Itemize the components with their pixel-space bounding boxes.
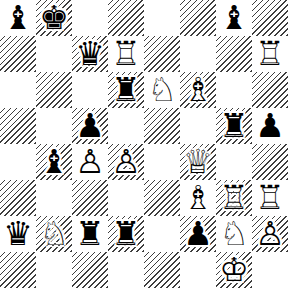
piece-white-king: ♔ [219,252,249,288]
piece-black-queen: ♛ [75,36,105,72]
piece-white-pawn: ♙ [111,144,141,180]
square-f8[interactable] [180,0,216,36]
square-e4[interactable] [144,144,180,180]
square-b4[interactable]: ♝ [36,144,72,180]
square-f2[interactable]: ♟ [180,216,216,252]
piece-black-rook: ♜ [111,216,141,252]
square-d2[interactable]: ♜ [108,216,144,252]
square-f3[interactable]: ♗ [180,180,216,216]
square-h1[interactable] [252,252,288,288]
square-e3[interactable] [144,180,180,216]
square-a7[interactable] [0,36,36,72]
piece-white-queen: ♕ [183,144,213,180]
square-b5[interactable] [36,108,72,144]
square-b8[interactable]: ♚ [36,0,72,36]
square-e5[interactable] [144,108,180,144]
piece-black-king: ♚ [39,0,69,36]
piece-white-rook: ♖ [255,36,285,72]
square-e2[interactable] [144,216,180,252]
piece-black-bishop: ♝ [3,0,33,36]
piece-white-bishop: ♗ [183,72,213,108]
square-d5[interactable] [108,108,144,144]
square-c1[interactable] [72,252,108,288]
piece-white-knight: ♘ [219,216,249,252]
piece-black-pawn: ♟ [255,108,285,144]
square-c2[interactable]: ♜ [72,216,108,252]
square-e6[interactable]: ♘ [144,72,180,108]
piece-black-rook: ♜ [111,72,141,108]
square-c6[interactable] [72,72,108,108]
square-g5[interactable]: ♜ [216,108,252,144]
piece-black-bishop: ♝ [39,144,69,180]
piece-white-pawn: ♙ [255,216,285,252]
square-b6[interactable] [36,72,72,108]
square-g7[interactable] [216,36,252,72]
piece-white-rook: ♖ [219,180,249,216]
square-h8[interactable] [252,0,288,36]
square-g6[interactable] [216,72,252,108]
piece-white-pawn: ♙ [75,144,105,180]
square-e7[interactable] [144,36,180,72]
square-f7[interactable] [180,36,216,72]
chess-board: ♝♚♝♛♖♖♜♘♗♟♜♟♝♙♙♕♗♖♖♛♘♜♜♟♘♙♔ [0,0,288,288]
square-g1[interactable]: ♔ [216,252,252,288]
square-a5[interactable] [0,108,36,144]
square-f5[interactable] [180,108,216,144]
square-f1[interactable] [180,252,216,288]
square-h6[interactable] [252,72,288,108]
square-e1[interactable] [144,252,180,288]
square-a2[interactable]: ♛ [0,216,36,252]
square-d3[interactable] [108,180,144,216]
piece-white-rook: ♖ [111,36,141,72]
square-h7[interactable]: ♖ [252,36,288,72]
square-a6[interactable] [0,72,36,108]
square-d7[interactable]: ♖ [108,36,144,72]
square-a8[interactable]: ♝ [0,0,36,36]
square-a1[interactable] [0,252,36,288]
square-g2[interactable]: ♘ [216,216,252,252]
piece-black-pawn: ♟ [75,108,105,144]
piece-white-rook: ♖ [255,180,285,216]
piece-black-queen: ♛ [3,216,33,252]
piece-black-rook: ♜ [219,108,249,144]
square-b3[interactable] [36,180,72,216]
piece-black-bishop: ♝ [219,0,249,36]
square-f6[interactable]: ♗ [180,72,216,108]
square-h5[interactable]: ♟ [252,108,288,144]
piece-white-bishop: ♗ [183,180,213,216]
square-c3[interactable] [72,180,108,216]
square-b1[interactable] [36,252,72,288]
piece-black-rook: ♜ [75,216,105,252]
square-f4[interactable]: ♕ [180,144,216,180]
piece-white-knight: ♘ [147,72,177,108]
square-c8[interactable] [72,0,108,36]
square-e8[interactable] [144,0,180,36]
square-h3[interactable]: ♖ [252,180,288,216]
square-g3[interactable]: ♖ [216,180,252,216]
square-a3[interactable] [0,180,36,216]
square-g8[interactable]: ♝ [216,0,252,36]
square-c4[interactable]: ♙ [72,144,108,180]
square-d8[interactable] [108,0,144,36]
square-c7[interactable]: ♛ [72,36,108,72]
square-d1[interactable] [108,252,144,288]
square-d4[interactable]: ♙ [108,144,144,180]
piece-black-pawn: ♟ [183,216,213,252]
square-c5[interactable]: ♟ [72,108,108,144]
square-b2[interactable]: ♘ [36,216,72,252]
square-g4[interactable] [216,144,252,180]
square-h2[interactable]: ♙ [252,216,288,252]
piece-white-knight: ♘ [39,216,69,252]
square-b7[interactable] [36,36,72,72]
square-h4[interactable] [252,144,288,180]
square-a4[interactable] [0,144,36,180]
square-d6[interactable]: ♜ [108,72,144,108]
